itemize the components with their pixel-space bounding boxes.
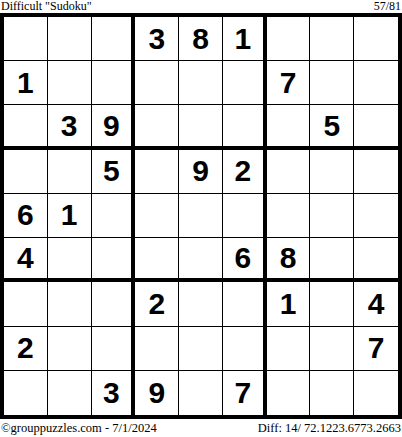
cell-r5c8	[310, 194, 354, 238]
cell-r7c5	[179, 282, 223, 326]
cell-r7c8	[310, 282, 354, 326]
footer: ©grouppuzzles.com - 7/1/2024 Diff: 14/ 7…	[0, 419, 402, 437]
cell-r3c5	[179, 105, 223, 149]
cell-r2c7: 7	[267, 61, 311, 105]
cell-r3c1	[4, 105, 48, 149]
cell-r2c8	[310, 61, 354, 105]
cell-r1c9	[354, 17, 398, 61]
cell-r7c3	[92, 282, 136, 326]
cell-r1c4: 3	[135, 17, 179, 61]
cell-r2c4	[135, 61, 179, 105]
cell-r4c7	[267, 150, 311, 194]
header: Difficult "Sudoku" 57/81	[0, 0, 402, 13]
cell-r7c2	[48, 282, 92, 326]
cell-r2c2	[48, 61, 92, 105]
cell-r9c4: 9	[135, 371, 179, 415]
cell-r6c8	[310, 238, 354, 282]
cell-r6c7: 8	[267, 238, 311, 282]
puzzle-title: Difficult "Sudoku"	[1, 0, 92, 12]
cell-r2c5	[179, 61, 223, 105]
cell-r7c9: 4	[354, 282, 398, 326]
cell-r5c2: 1	[48, 194, 92, 238]
cell-r6c3	[92, 238, 136, 282]
cell-r3c7	[267, 105, 311, 149]
cell-r5c5	[179, 194, 223, 238]
cell-r8c6	[223, 327, 267, 371]
cell-r6c1: 4	[4, 238, 48, 282]
cell-r7c7: 1	[267, 282, 311, 326]
cell-r5c4	[135, 194, 179, 238]
cell-r9c2	[48, 371, 92, 415]
cell-r4c1	[4, 150, 48, 194]
sudoku-page: Difficult "Sudoku" 57/81 381173955926146…	[0, 0, 402, 437]
cell-r9c6: 7	[223, 371, 267, 415]
cell-r4c4	[135, 150, 179, 194]
cell-r9c1	[4, 371, 48, 415]
cell-r8c3	[92, 327, 136, 371]
cell-r5c6	[223, 194, 267, 238]
cell-r8c5	[179, 327, 223, 371]
difficulty-rating: Diff: 14/ 72.1223.6773.2663	[258, 421, 401, 436]
cell-r5c3	[92, 194, 136, 238]
cell-r4c9	[354, 150, 398, 194]
cell-r7c6	[223, 282, 267, 326]
cell-r1c8	[310, 17, 354, 61]
cell-r9c7	[267, 371, 311, 415]
cell-r1c7	[267, 17, 311, 61]
cell-r2c6	[223, 61, 267, 105]
cell-r8c2	[48, 327, 92, 371]
cell-r7c4: 2	[135, 282, 179, 326]
cell-r6c2	[48, 238, 92, 282]
cell-r1c2	[48, 17, 92, 61]
cell-r6c9	[354, 238, 398, 282]
cell-r1c6: 1	[223, 17, 267, 61]
cell-r3c4	[135, 105, 179, 149]
cell-r9c5	[179, 371, 223, 415]
cell-r5c1: 6	[4, 194, 48, 238]
cell-r3c9	[354, 105, 398, 149]
cell-r4c6: 2	[223, 150, 267, 194]
cell-r5c9	[354, 194, 398, 238]
cell-r8c1: 2	[4, 327, 48, 371]
cell-r6c6: 6	[223, 238, 267, 282]
cell-r9c8	[310, 371, 354, 415]
cell-r8c9: 7	[354, 327, 398, 371]
cell-r3c2: 3	[48, 105, 92, 149]
cell-r1c5: 8	[179, 17, 223, 61]
cell-r9c3: 3	[92, 371, 136, 415]
cell-r5c7	[267, 194, 311, 238]
cell-r8c4	[135, 327, 179, 371]
cell-r6c4	[135, 238, 179, 282]
cell-r3c6	[223, 105, 267, 149]
cell-r3c8: 5	[310, 105, 354, 149]
cell-r4c8	[310, 150, 354, 194]
cell-r4c3: 5	[92, 150, 136, 194]
cell-r2c1: 1	[4, 61, 48, 105]
cell-r4c5: 9	[179, 150, 223, 194]
cell-r8c7	[267, 327, 311, 371]
cell-r2c3	[92, 61, 136, 105]
cell-r1c3	[92, 17, 136, 61]
cell-r3c3: 9	[92, 105, 136, 149]
cell-r6c5	[179, 238, 223, 282]
cell-r4c2	[48, 150, 92, 194]
cell-r8c8	[310, 327, 354, 371]
cell-r9c9	[354, 371, 398, 415]
cell-r2c9	[354, 61, 398, 105]
copyright-text: ©grouppuzzles.com - 7/1/2024	[1, 421, 157, 436]
sudoku-board: 381173955926146821427397	[0, 13, 402, 419]
cell-r7c1	[4, 282, 48, 326]
cell-r1c1	[4, 17, 48, 61]
empty-cell-counter: 57/81	[374, 0, 401, 12]
